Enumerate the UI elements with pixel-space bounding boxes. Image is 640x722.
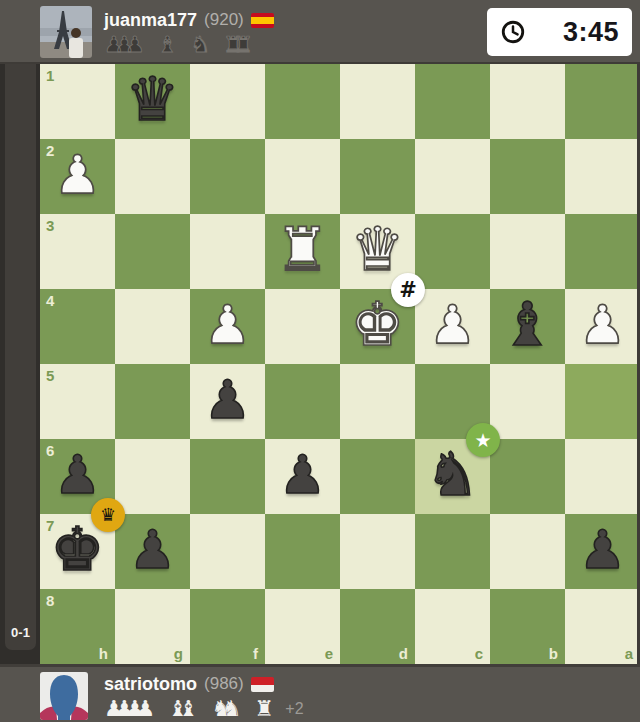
square-b5[interactable] — [490, 364, 565, 439]
black-pawn: ♟ — [579, 512, 627, 587]
square-e5[interactable] — [265, 364, 340, 439]
square-c1[interactable] — [415, 64, 490, 139]
captured-group: ♞♞ — [211, 698, 241, 720]
square-a8[interactable]: a — [565, 589, 640, 664]
player-bar: satriotomo (986) ♟♟♟♟♝♝♞♞♜ +2 0:33 — [0, 664, 640, 722]
chess-board: 1♛2♟3♜♛4♟♚♟♝♟5♟6♟♟♞7♚♟♟8hgfedcba#★♛ — [40, 64, 640, 664]
white-queen: ♛ — [351, 212, 405, 287]
player-captured-pieces: ♟♟♟♟♝♝♞♞♜ +2 — [104, 697, 304, 721]
opponent-avatar[interactable] — [40, 6, 92, 58]
black-bishop: ♝ — [501, 287, 555, 362]
square-f6[interactable] — [190, 439, 265, 514]
square-d6[interactable] — [340, 439, 415, 514]
captured-group: ♝ — [158, 34, 178, 56]
black-queen: ♛ — [126, 62, 180, 137]
white-pawn: ♟ — [429, 287, 477, 362]
square-c4[interactable]: ♟ — [415, 289, 490, 364]
file-label-a: a — [625, 646, 633, 661]
white-pawn: ♟ — [54, 137, 102, 212]
square-b1[interactable] — [490, 64, 565, 139]
best-move-star-badge: ★ — [466, 423, 500, 457]
square-e7[interactable] — [265, 514, 340, 589]
rank-label-2: 2 — [46, 143, 54, 158]
square-a5[interactable] — [565, 364, 640, 439]
material-advantage: +2 — [285, 700, 303, 718]
rank-label-6: 6 — [46, 443, 54, 458]
square-f3[interactable] — [190, 214, 265, 289]
square-b3[interactable] — [490, 214, 565, 289]
square-g5[interactable] — [115, 364, 190, 439]
square-a4[interactable]: ♟ — [565, 289, 640, 364]
square-f8[interactable]: f — [190, 589, 265, 664]
rank-label-8: 8 — [46, 593, 54, 608]
white-pawn: ♟ — [204, 287, 252, 362]
black-pawn: ♟ — [54, 437, 102, 512]
square-e6[interactable]: ♟ — [265, 439, 340, 514]
square-e2[interactable] — [265, 139, 340, 214]
square-f5[interactable]: ♟ — [190, 364, 265, 439]
square-a6[interactable] — [565, 439, 640, 514]
indonesia-flag-icon — [251, 677, 274, 692]
winner-crown-badge: ♛ — [91, 498, 125, 532]
white-pawn: ♟ — [579, 287, 627, 362]
file-label-e: e — [325, 646, 333, 661]
square-c7[interactable] — [415, 514, 490, 589]
square-f4[interactable]: ♟ — [190, 289, 265, 364]
left-sidebar: 0-1 — [0, 64, 40, 664]
square-a2[interactable] — [565, 139, 640, 214]
black-pawn: ♟ — [129, 512, 177, 587]
square-b4[interactable]: ♝ — [490, 289, 565, 364]
square-d2[interactable] — [340, 139, 415, 214]
file-label-f: f — [253, 646, 258, 661]
rank-label-7: 7 — [46, 518, 54, 533]
opponent-info[interactable]: juanma177 (920) ♟♟♟♝♞♜♜ — [104, 9, 274, 57]
square-f2[interactable] — [190, 139, 265, 214]
square-f1[interactable] — [190, 64, 265, 139]
game-result: 0-1 — [11, 625, 30, 650]
opponent-rating: (920) — [204, 10, 244, 30]
square-b6[interactable] — [490, 439, 565, 514]
square-g6[interactable] — [115, 439, 190, 514]
square-h2[interactable]: 2♟ — [40, 139, 115, 214]
square-a1[interactable] — [565, 64, 640, 139]
chess-app: juanma177 (920) ♟♟♟♝♞♜♜ 3:45 0-1 1♛2♟3♜♛… — [0, 0, 640, 722]
square-h3[interactable]: 3 — [40, 214, 115, 289]
square-g4[interactable] — [115, 289, 190, 364]
square-d1[interactable] — [340, 64, 415, 139]
square-g1[interactable]: ♛ — [115, 64, 190, 139]
square-e4[interactable] — [265, 289, 340, 364]
square-c3[interactable] — [415, 214, 490, 289]
captured-group: ♜♜ — [223, 34, 253, 56]
clock-icon — [500, 19, 526, 45]
captured-group: ♟♟♟ — [104, 34, 145, 56]
opponent-clock: 3:45 — [487, 8, 632, 56]
file-label-g: g — [174, 646, 183, 661]
square-e1[interactable] — [265, 64, 340, 139]
player-captured-groups: ♟♟♟♟♝♝♞♞♜ — [104, 698, 287, 720]
black-pawn: ♟ — [204, 362, 252, 437]
square-g2[interactable] — [115, 139, 190, 214]
captured-group: ♟♟♟♟ — [104, 698, 155, 720]
rank-label-3: 3 — [46, 218, 54, 233]
file-label-d: d — [399, 646, 408, 661]
checkmate-badge: # — [391, 273, 425, 307]
square-c2[interactable] — [415, 139, 490, 214]
square-c8[interactable]: c — [415, 589, 490, 664]
black-pawn: ♟ — [279, 437, 327, 512]
file-label-c: c — [475, 646, 483, 661]
square-h1[interactable]: 1 — [40, 64, 115, 139]
square-g3[interactable] — [115, 214, 190, 289]
square-g7[interactable]: ♟ — [115, 514, 190, 589]
captured-group: ♝♝ — [168, 698, 198, 720]
square-b8[interactable]: b — [490, 589, 565, 664]
square-e3[interactable]: ♜ — [265, 214, 340, 289]
square-d7[interactable] — [340, 514, 415, 589]
captured-group: ♞ — [190, 34, 210, 56]
square-f7[interactable] — [190, 514, 265, 589]
square-a7[interactable]: ♟ — [565, 514, 640, 589]
rank-label-4: 4 — [46, 293, 54, 308]
square-d5[interactable] — [340, 364, 415, 439]
square-h5[interactable]: 5 — [40, 364, 115, 439]
square-h4[interactable]: 4 — [40, 289, 115, 364]
default-avatar — [40, 672, 88, 720]
rank-label-1: 1 — [46, 68, 54, 83]
square-d8[interactable]: d — [340, 589, 415, 664]
square-a3[interactable] — [565, 214, 640, 289]
captured-group: ♜ — [255, 698, 275, 720]
opponent-player-bar: juanma177 (920) ♟♟♟♝♞♜♜ 3:45 — [0, 0, 640, 64]
player-username[interactable]: satriotomo — [104, 674, 197, 695]
square-b2[interactable] — [490, 139, 565, 214]
opponent-username[interactable]: juanma177 — [104, 10, 197, 31]
opponent-clock-time: 3:45 — [526, 17, 632, 48]
square-g8[interactable]: g — [115, 589, 190, 664]
spain-flag-icon — [251, 13, 274, 28]
opponent-captured-pieces: ♟♟♟♝♞♜♜ — [104, 33, 274, 57]
rank-label-5: 5 — [46, 368, 54, 383]
move-list-track: 0-1 — [5, 64, 36, 650]
player-avatar[interactable] — [40, 672, 88, 720]
file-label-h: h — [99, 646, 108, 661]
white-rook: ♜ — [276, 212, 330, 287]
file-label-b: b — [549, 646, 558, 661]
player-rating: (986) — [204, 674, 244, 694]
square-e8[interactable]: e — [265, 589, 340, 664]
eiffel-tower-photo — [40, 6, 92, 58]
player-info[interactable]: satriotomo (986) ♟♟♟♟♝♝♞♞♜ +2 — [104, 673, 304, 721]
square-b7[interactable] — [490, 514, 565, 589]
square-h8[interactable]: 8h — [40, 589, 115, 664]
